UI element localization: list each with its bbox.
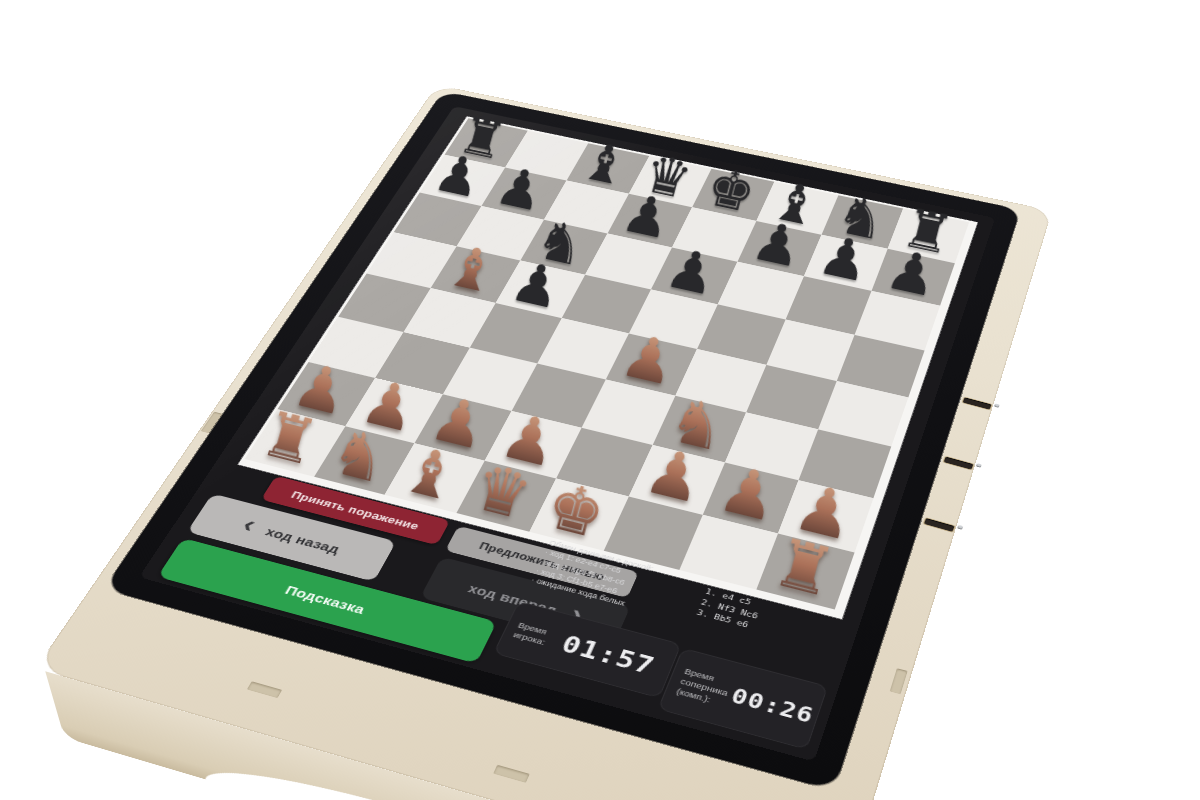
white-rook-h1: ♜ xyxy=(757,526,852,611)
white-king-e1: ♚ xyxy=(531,470,622,552)
port-slot xyxy=(944,457,974,470)
chevron-left-icon: ‹ xyxy=(238,512,261,536)
opponent-clock-label: Время соперника (комп.): xyxy=(664,663,734,709)
port-slot xyxy=(924,518,955,532)
finger-joint xyxy=(493,765,530,783)
screen-bezel: ♜♝♛♚♝♞♜♟♟♟♟♟♟♞♟♝♟♟♞♟♟♟♟♟♟♟♜♞♝♛♚♜ Принять… xyxy=(104,91,1021,790)
black-pawn-h7: ♟ xyxy=(872,239,954,307)
io-port xyxy=(954,394,1000,415)
io-port xyxy=(935,453,982,475)
square-h7[interactable]: ♟ xyxy=(871,249,954,306)
screw-icon xyxy=(994,403,1000,407)
stage: ♜♝♛♚♝♞♜♟♟♟♟♟♟♞♟♝♟♟♞♟♟♟♟♟♟♟♜♞♝♛♚♜ Принять… xyxy=(0,0,1200,800)
io-port xyxy=(915,514,964,537)
black-pawn-e6: ♟ xyxy=(652,238,733,306)
move-back-label: ход назад xyxy=(263,524,343,555)
square-e1[interactable]: ♚ xyxy=(529,478,628,550)
wooden-body: ♜♝♛♚♝♞♜♟♟♟♟♟♟♞♟♝♟♟♞♟♟♟♟♟♟♟♜♞♝♛♚♜ Принять… xyxy=(35,85,1052,800)
screw-icon xyxy=(976,463,982,468)
player-clock-time: 01:57 xyxy=(541,625,676,683)
touch-screen: ♜♝♛♚♝♞♜♟♟♟♟♟♟♞♟♝♟♟♞♟♟♟♟♟♟♟♜♞♝♛♚♜ Принять… xyxy=(139,106,995,761)
opponent-clock-card: Время соперника (комп.): 00:26 xyxy=(657,648,828,750)
chess-computer-tablet: ♜♝♛♚♝♞♜♟♟♟♟♟♟♞♟♝♟♟♞♟♟♟♟♟♟♟♜♞♝♛♚♜ Принять… xyxy=(35,85,1052,800)
finger-joint xyxy=(247,681,283,698)
port-slot xyxy=(963,397,992,409)
opponent-clock-time: 00:26 xyxy=(724,683,822,729)
square-h5[interactable] xyxy=(837,335,925,397)
finger-joint xyxy=(890,668,908,694)
hint-label: Подсказка xyxy=(283,582,368,616)
square-h1[interactable]: ♜ xyxy=(756,533,854,609)
